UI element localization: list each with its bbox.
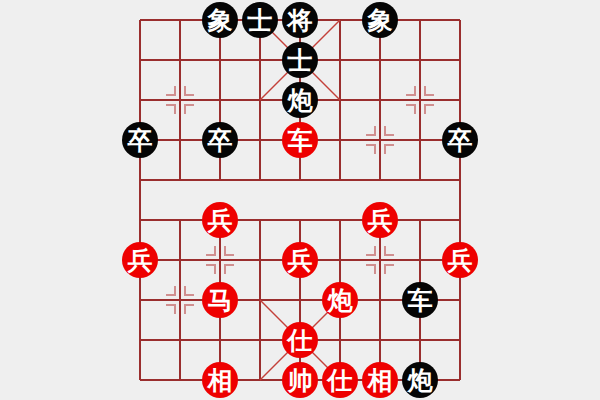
board-intersection[interactable] <box>120 320 160 360</box>
piece-black-elephant[interactable]: 象 <box>202 2 238 38</box>
piece-red-elephant[interactable]: 相 <box>362 362 398 398</box>
board-intersection[interactable]: 相 <box>360 360 400 400</box>
board-intersection[interactable] <box>120 280 160 320</box>
board-intersection[interactable]: 帅 <box>280 360 320 400</box>
board-intersection[interactable] <box>400 120 440 160</box>
piece-black-cannon[interactable]: 炮 <box>282 82 318 118</box>
board-intersection[interactable] <box>360 40 400 80</box>
board-intersection[interactable] <box>400 200 440 240</box>
board-intersection[interactable] <box>160 360 200 400</box>
board-intersection[interactable] <box>280 160 320 200</box>
board-intersection[interactable] <box>240 240 280 280</box>
board-intersection[interactable] <box>120 40 160 80</box>
board-intersection[interactable] <box>440 320 480 360</box>
board-intersection[interactable] <box>360 120 400 160</box>
board-intersection[interactable]: 卒 <box>200 120 240 160</box>
board-intersection[interactable]: 象 <box>200 0 240 40</box>
board-intersection[interactable]: 车 <box>280 120 320 160</box>
board-intersection[interactable] <box>440 80 480 120</box>
board-intersection[interactable] <box>400 320 440 360</box>
board-intersection[interactable] <box>360 160 400 200</box>
board-intersection[interactable]: 炮 <box>400 360 440 400</box>
piece-black-pawn[interactable]: 卒 <box>202 122 238 158</box>
board-intersection[interactable] <box>120 360 160 400</box>
piece-black-advisor[interactable]: 士 <box>282 42 318 78</box>
board-intersection[interactable] <box>320 160 360 200</box>
board-intersection[interactable] <box>240 280 280 320</box>
piece-red-elephant[interactable]: 相 <box>202 362 238 398</box>
piece-black-pawn[interactable]: 卒 <box>122 122 158 158</box>
xiangqi-board: 象士将象士炮卒卒车卒兵兵兵兵兵马炮车仕相帅仕相炮 <box>0 0 600 400</box>
board-intersection[interactable] <box>360 280 400 320</box>
board-intersection[interactable] <box>440 280 480 320</box>
board-intersection[interactable] <box>280 280 320 320</box>
board-intersection[interactable] <box>240 320 280 360</box>
board-intersection[interactable] <box>400 0 440 40</box>
board-intersection[interactable] <box>200 160 240 200</box>
board-intersection[interactable] <box>320 120 360 160</box>
board-intersection[interactable]: 兵 <box>200 200 240 240</box>
piece-red-pawn[interactable]: 兵 <box>362 202 398 238</box>
board-intersection[interactable] <box>240 120 280 160</box>
board-intersection[interactable]: 士 <box>280 40 320 80</box>
board-intersection[interactable]: 炮 <box>280 80 320 120</box>
board-intersection[interactable] <box>160 320 200 360</box>
board-intersection[interactable] <box>280 200 320 240</box>
piece-red-advisor[interactable]: 仕 <box>322 362 358 398</box>
board-intersection[interactable] <box>400 240 440 280</box>
board-intersection[interactable]: 卒 <box>440 120 480 160</box>
board-intersection[interactable]: 炮 <box>320 280 360 320</box>
board-intersection[interactable]: 相 <box>200 360 240 400</box>
board-intersection[interactable] <box>160 40 200 80</box>
board-intersection[interactable]: 兵 <box>120 240 160 280</box>
board-intersection[interactable] <box>160 240 200 280</box>
board-intersection[interactable] <box>200 40 240 80</box>
board-intersection[interactable]: 象 <box>360 0 400 40</box>
board-intersection[interactable] <box>360 80 400 120</box>
board-intersection[interactable] <box>160 80 200 120</box>
board-intersection[interactable] <box>160 200 200 240</box>
board-intersection[interactable] <box>160 120 200 160</box>
board-intersection[interactable]: 仕 <box>320 360 360 400</box>
piece-red-pawn[interactable]: 兵 <box>202 202 238 238</box>
board-intersection[interactable]: 仕 <box>280 320 320 360</box>
board-intersection[interactable]: 将 <box>280 0 320 40</box>
board-intersection[interactable] <box>440 160 480 200</box>
board-intersection[interactable]: 兵 <box>280 240 320 280</box>
piece-red-pawn[interactable]: 兵 <box>282 242 318 278</box>
board-intersection[interactable] <box>400 80 440 120</box>
board-intersection[interactable] <box>320 200 360 240</box>
piece-black-advisor[interactable]: 士 <box>242 2 278 38</box>
board-intersection[interactable] <box>320 320 360 360</box>
board-intersection[interactable] <box>240 200 280 240</box>
board-intersection[interactable] <box>240 40 280 80</box>
board-intersection[interactable] <box>200 240 240 280</box>
piece-red-rook[interactable]: 车 <box>282 122 318 158</box>
board-intersection[interactable] <box>440 0 480 40</box>
board-intersection[interactable] <box>240 80 280 120</box>
board-intersection[interactable] <box>440 360 480 400</box>
piece-black-pawn[interactable]: 卒 <box>442 122 478 158</box>
board-intersection[interactable] <box>120 200 160 240</box>
piece-black-rook[interactable]: 车 <box>402 282 438 318</box>
board-intersection[interactable]: 兵 <box>440 240 480 280</box>
board-intersection[interactable] <box>440 200 480 240</box>
board-intersection[interactable] <box>440 40 480 80</box>
board-intersection[interactable]: 马 <box>200 280 240 320</box>
board-intersection[interactable]: 卒 <box>120 120 160 160</box>
board-intersection[interactable]: 兵 <box>360 200 400 240</box>
board-intersection[interactable] <box>320 240 360 280</box>
piece-black-elephant[interactable]: 象 <box>362 2 398 38</box>
board-intersection[interactable] <box>320 0 360 40</box>
board-intersection[interactable] <box>400 40 440 80</box>
board-intersection[interactable]: 士 <box>240 0 280 40</box>
board-grid: 象士将象士炮卒卒车卒兵兵兵兵兵马炮车仕相帅仕相炮 <box>120 0 480 400</box>
piece-black-general[interactable]: 将 <box>282 2 318 38</box>
board-intersection[interactable] <box>160 160 200 200</box>
board-intersection[interactable] <box>160 0 200 40</box>
board-intersection[interactable] <box>320 80 360 120</box>
board-intersection[interactable] <box>160 280 200 320</box>
board-intersection[interactable] <box>240 360 280 400</box>
piece-red-cannon[interactable]: 炮 <box>322 282 358 318</box>
piece-red-pawn[interactable]: 兵 <box>122 242 158 278</box>
piece-black-cannon[interactable]: 炮 <box>402 362 438 398</box>
piece-red-general[interactable]: 帅 <box>282 362 318 398</box>
piece-red-horse[interactable]: 马 <box>202 282 238 318</box>
board-intersection[interactable] <box>120 80 160 120</box>
board-intersection[interactable] <box>360 320 400 360</box>
board-intersection[interactable] <box>120 160 160 200</box>
board-intersection[interactable] <box>200 80 240 120</box>
board-intersection[interactable] <box>240 160 280 200</box>
board-intersection[interactable]: 车 <box>400 280 440 320</box>
board-intersection[interactable] <box>360 240 400 280</box>
piece-red-advisor[interactable]: 仕 <box>282 322 318 358</box>
board-intersection[interactable] <box>400 160 440 200</box>
board-intersection[interactable] <box>120 0 160 40</box>
board-intersection[interactable] <box>200 320 240 360</box>
board-intersection[interactable] <box>320 40 360 80</box>
piece-red-pawn[interactable]: 兵 <box>442 242 478 278</box>
